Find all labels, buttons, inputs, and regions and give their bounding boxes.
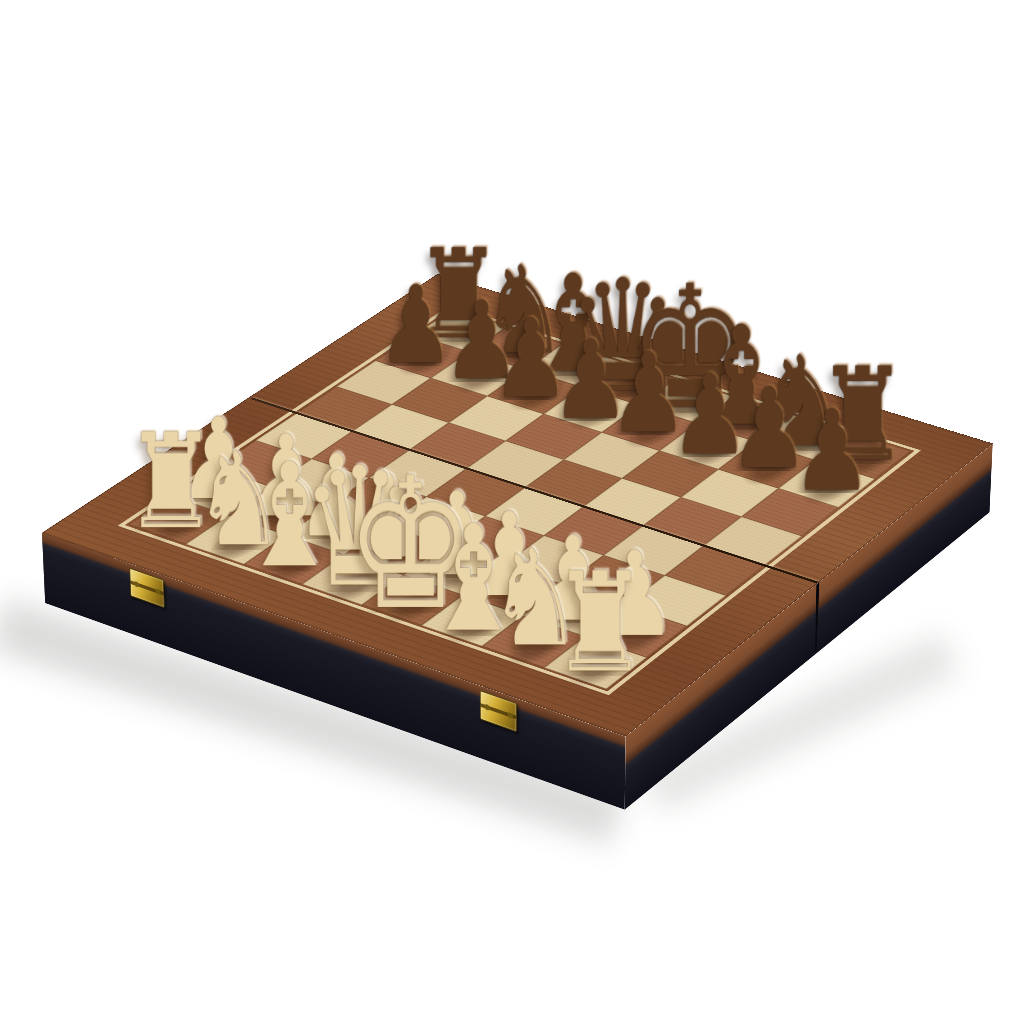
square-h1[interactable]: ♜ [544,636,647,689]
brass-latch-2 [480,690,517,732]
product-photo-scene: ♜♟♟♜♞♟♟♞♝♟♟♝♛♟♟♛♚♟♟♚♝♟♟♝♞♟♟♞♜♟♟♜ [0,0,1024,1024]
fold-seam-side [813,581,820,656]
brass-latch-1 [129,568,164,608]
